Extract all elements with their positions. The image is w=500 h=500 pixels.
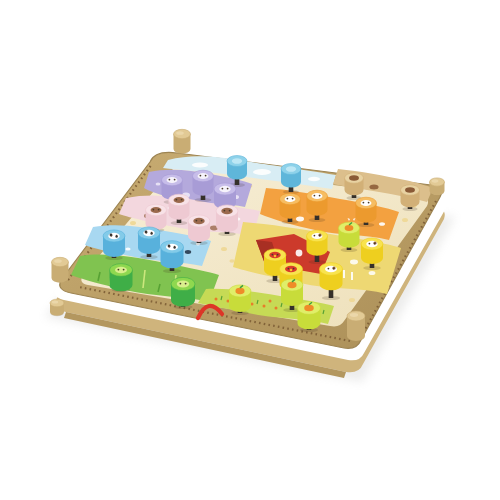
corner-dowel-north	[174, 129, 191, 153]
peg-green-meadow-frog-17[interactable]	[110, 264, 133, 292]
product-photo-stage	[0, 0, 500, 500]
foot-west	[50, 299, 64, 316]
barn-window	[296, 250, 303, 257]
peg-carrot-garden-carrot-27[interactable]	[298, 302, 321, 332]
peg-green-meadow-frog-18[interactable]	[171, 277, 195, 309]
board-photo	[0, 0, 500, 500]
corner-dowel-south	[347, 311, 365, 341]
corner-dowel-west	[52, 257, 69, 282]
corner-dowel-east	[430, 178, 445, 195]
